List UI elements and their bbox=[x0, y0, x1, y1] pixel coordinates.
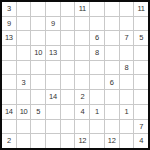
cell-r3c4[interactable] bbox=[46, 31, 60, 45]
cell-r2c1[interactable]: 9 bbox=[2, 17, 16, 31]
cell-r6c8[interactable]: 6 bbox=[105, 75, 119, 89]
cell-r2c8[interactable] bbox=[105, 17, 119, 31]
cell-r10c5[interactable] bbox=[61, 134, 75, 148]
cell-r5c10[interactable] bbox=[134, 61, 148, 75]
cell-r3c3[interactable] bbox=[31, 31, 45, 45]
cell-r5c2[interactable] bbox=[17, 61, 31, 75]
cell-r6c10[interactable] bbox=[134, 75, 148, 89]
cell-r5c1[interactable] bbox=[2, 61, 16, 75]
cell-r10c3[interactable] bbox=[31, 134, 45, 148]
cell-r4c9[interactable] bbox=[120, 46, 134, 60]
cell-r1c10[interactable]: 11 bbox=[134, 2, 148, 16]
cell-r6c5[interactable] bbox=[61, 75, 75, 89]
cell-r10c10[interactable]: 4 bbox=[134, 134, 148, 148]
cell-r9c4[interactable] bbox=[46, 120, 60, 134]
cell-r8c6[interactable]: 4 bbox=[75, 105, 89, 119]
page: 31111991367510138836142141054117212124 bbox=[0, 0, 150, 150]
cell-r1c8[interactable] bbox=[105, 2, 119, 16]
cell-r7c8[interactable] bbox=[105, 90, 119, 104]
cell-r7c9[interactable] bbox=[120, 90, 134, 104]
cell-r10c7[interactable] bbox=[90, 134, 104, 148]
cell-r4c6[interactable] bbox=[75, 46, 89, 60]
cell-r7c4[interactable]: 14 bbox=[46, 90, 60, 104]
cell-r5c8[interactable] bbox=[105, 61, 119, 75]
cell-r4c1[interactable] bbox=[2, 46, 16, 60]
cell-r4c10[interactable] bbox=[134, 46, 148, 60]
cell-r5c9[interactable]: 8 bbox=[120, 61, 134, 75]
cell-r8c3[interactable]: 5 bbox=[31, 105, 45, 119]
cell-r4c7[interactable]: 8 bbox=[90, 46, 104, 60]
cell-r5c3[interactable] bbox=[31, 61, 45, 75]
cell-r8c8[interactable] bbox=[105, 105, 119, 119]
cell-r2c6[interactable] bbox=[75, 17, 89, 31]
cell-r8c7[interactable]: 1 bbox=[90, 105, 104, 119]
cell-r9c5[interactable] bbox=[61, 120, 75, 134]
cell-r8c2[interactable]: 10 bbox=[17, 105, 31, 119]
cell-r9c2[interactable] bbox=[17, 120, 31, 134]
cell-r9c6[interactable] bbox=[75, 120, 89, 134]
cell-r9c9[interactable] bbox=[120, 120, 134, 134]
cell-r6c3[interactable] bbox=[31, 75, 45, 89]
cell-r3c10[interactable]: 5 bbox=[134, 31, 148, 45]
cell-r6c1[interactable] bbox=[2, 75, 16, 89]
cell-r10c1[interactable]: 2 bbox=[2, 134, 16, 148]
cell-r2c10[interactable] bbox=[134, 17, 148, 31]
cell-r6c2[interactable]: 3 bbox=[17, 75, 31, 89]
cell-r2c5[interactable] bbox=[61, 17, 75, 31]
cell-r9c1[interactable] bbox=[2, 120, 16, 134]
cell-r10c4[interactable] bbox=[46, 134, 60, 148]
cell-r4c3[interactable]: 10 bbox=[31, 46, 45, 60]
cell-r10c2[interactable] bbox=[17, 134, 31, 148]
cell-r8c9[interactable]: 1 bbox=[120, 105, 134, 119]
cell-r9c7[interactable] bbox=[90, 120, 104, 134]
cell-r6c4[interactable] bbox=[46, 75, 60, 89]
cell-r8c4[interactable] bbox=[46, 105, 60, 119]
cell-r2c2[interactable] bbox=[17, 17, 31, 31]
cell-r7c2[interactable] bbox=[17, 90, 31, 104]
cell-r4c5[interactable] bbox=[61, 46, 75, 60]
cell-r3c1[interactable]: 13 bbox=[2, 31, 16, 45]
cell-r5c6[interactable] bbox=[75, 61, 89, 75]
cell-r8c1[interactable]: 14 bbox=[2, 105, 16, 119]
cell-r1c7[interactable] bbox=[90, 2, 104, 16]
cell-r7c5[interactable] bbox=[61, 90, 75, 104]
cell-r7c10[interactable] bbox=[134, 90, 148, 104]
cell-r4c8[interactable] bbox=[105, 46, 119, 60]
cell-r1c6[interactable]: 11 bbox=[75, 2, 89, 16]
cell-r3c6[interactable] bbox=[75, 31, 89, 45]
cell-r10c9[interactable] bbox=[120, 134, 134, 148]
cell-r5c5[interactable] bbox=[61, 61, 75, 75]
cell-r4c2[interactable] bbox=[17, 46, 31, 60]
cell-r8c10[interactable] bbox=[134, 105, 148, 119]
cell-r6c9[interactable] bbox=[120, 75, 134, 89]
cell-r1c3[interactable] bbox=[31, 2, 45, 16]
cell-r6c6[interactable] bbox=[75, 75, 89, 89]
cell-r7c7[interactable] bbox=[90, 90, 104, 104]
cell-r9c10[interactable]: 7 bbox=[134, 120, 148, 134]
cell-r3c5[interactable] bbox=[61, 31, 75, 45]
cell-r3c7[interactable]: 6 bbox=[90, 31, 104, 45]
cell-r5c7[interactable] bbox=[90, 61, 104, 75]
cell-r6c7[interactable] bbox=[90, 75, 104, 89]
cell-r1c1[interactable]: 3 bbox=[2, 2, 16, 16]
cell-r1c4[interactable] bbox=[46, 2, 60, 16]
cell-r3c8[interactable] bbox=[105, 31, 119, 45]
cell-r7c1[interactable] bbox=[2, 90, 16, 104]
cell-r1c9[interactable] bbox=[120, 2, 134, 16]
cell-r2c7[interactable] bbox=[90, 17, 104, 31]
cell-r1c2[interactable] bbox=[17, 2, 31, 16]
cell-r2c9[interactable] bbox=[120, 17, 134, 31]
cell-r7c3[interactable] bbox=[31, 90, 45, 104]
cell-r3c2[interactable] bbox=[17, 31, 31, 45]
puzzle-board: 31111991367510138836142141054117212124 bbox=[0, 0, 150, 150]
cell-r3c9[interactable]: 7 bbox=[120, 31, 134, 45]
cell-r9c8[interactable] bbox=[105, 120, 119, 134]
cell-r1c5[interactable] bbox=[61, 2, 75, 16]
cell-r5c4[interactable] bbox=[46, 61, 60, 75]
cell-r10c6[interactable]: 12 bbox=[75, 134, 89, 148]
cell-r4c4[interactable]: 13 bbox=[46, 46, 60, 60]
cell-r7c6[interactable]: 2 bbox=[75, 90, 89, 104]
cell-r8c5[interactable] bbox=[61, 105, 75, 119]
cell-r2c4[interactable]: 9 bbox=[46, 17, 60, 31]
cell-r9c3[interactable] bbox=[31, 120, 45, 134]
cell-r10c8[interactable]: 12 bbox=[105, 134, 119, 148]
cell-r2c3[interactable] bbox=[31, 17, 45, 31]
